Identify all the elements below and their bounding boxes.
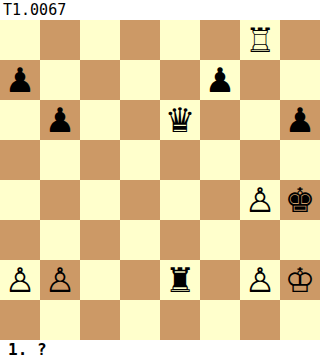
square-h5[interactable] <box>280 140 320 180</box>
white-rook-g8: ♖ <box>245 20 275 60</box>
square-e2[interactable]: ♜ <box>160 260 200 300</box>
square-f8[interactable] <box>200 20 240 60</box>
square-d2[interactable] <box>120 260 160 300</box>
square-b7[interactable] <box>40 60 80 100</box>
white-pawn-b2: ♙ <box>45 260 75 300</box>
square-g3[interactable] <box>240 220 280 260</box>
square-c7[interactable] <box>80 60 120 100</box>
square-e6[interactable]: ♛ <box>160 100 200 140</box>
square-a8[interactable] <box>0 20 40 60</box>
square-a4[interactable] <box>0 180 40 220</box>
square-a2[interactable]: ♙ <box>0 260 40 300</box>
square-g8[interactable]: ♖ <box>240 20 280 60</box>
square-b3[interactable] <box>40 220 80 260</box>
square-g5[interactable] <box>240 140 280 180</box>
square-f6[interactable] <box>200 100 240 140</box>
square-e4[interactable] <box>160 180 200 220</box>
square-c6[interactable] <box>80 100 120 140</box>
square-d7[interactable] <box>120 60 160 100</box>
square-g2[interactable]: ♙ <box>240 260 280 300</box>
black-pawn-h6: ♟ <box>285 100 315 140</box>
black-rook-e2: ♜ <box>165 260 195 300</box>
square-b5[interactable] <box>40 140 80 180</box>
square-e5[interactable] <box>160 140 200 180</box>
chess-puzzle-app: T1.0067 ♖♟♟♟♛♟♙♚♙♙♜♙♔ 1. ? <box>0 0 320 360</box>
square-c1[interactable] <box>80 300 120 340</box>
square-f4[interactable] <box>200 180 240 220</box>
square-a5[interactable] <box>0 140 40 180</box>
puzzle-title: T1.0067 <box>3 1 66 20</box>
chess-board: ♖♟♟♟♛♟♙♚♙♙♜♙♔ <box>0 20 320 340</box>
square-a1[interactable] <box>0 300 40 340</box>
square-b4[interactable] <box>40 180 80 220</box>
square-g6[interactable] <box>240 100 280 140</box>
square-e1[interactable] <box>160 300 200 340</box>
square-f5[interactable] <box>200 140 240 180</box>
black-pawn-a7: ♟ <box>5 60 35 100</box>
square-e8[interactable] <box>160 20 200 60</box>
square-d1[interactable] <box>120 300 160 340</box>
white-pawn-g4: ♙ <box>245 180 275 220</box>
square-c2[interactable] <box>80 260 120 300</box>
square-b6[interactable]: ♟ <box>40 100 80 140</box>
white-pawn-a2: ♙ <box>5 260 35 300</box>
square-g4[interactable]: ♙ <box>240 180 280 220</box>
square-d4[interactable] <box>120 180 160 220</box>
move-prompt: 1. ? <box>8 340 47 360</box>
square-h8[interactable] <box>280 20 320 60</box>
square-h2[interactable]: ♔ <box>280 260 320 300</box>
square-b8[interactable] <box>40 20 80 60</box>
square-h7[interactable] <box>280 60 320 100</box>
square-h6[interactable]: ♟ <box>280 100 320 140</box>
white-king-h2: ♔ <box>285 260 315 300</box>
square-b1[interactable] <box>40 300 80 340</box>
square-c4[interactable] <box>80 180 120 220</box>
square-a7[interactable]: ♟ <box>0 60 40 100</box>
square-d6[interactable] <box>120 100 160 140</box>
square-e7[interactable] <box>160 60 200 100</box>
square-f1[interactable] <box>200 300 240 340</box>
black-queen-e6: ♛ <box>165 100 195 140</box>
square-f7[interactable]: ♟ <box>200 60 240 100</box>
square-h3[interactable] <box>280 220 320 260</box>
square-g1[interactable] <box>240 300 280 340</box>
square-a6[interactable] <box>0 100 40 140</box>
square-f2[interactable] <box>200 260 240 300</box>
square-a3[interactable] <box>0 220 40 260</box>
square-b2[interactable]: ♙ <box>40 260 80 300</box>
white-pawn-g2: ♙ <box>245 260 275 300</box>
square-g7[interactable] <box>240 60 280 100</box>
square-e3[interactable] <box>160 220 200 260</box>
square-c8[interactable] <box>80 20 120 60</box>
black-king-h4: ♚ <box>285 180 315 220</box>
square-h4[interactable]: ♚ <box>280 180 320 220</box>
black-pawn-f7: ♟ <box>205 60 235 100</box>
square-c3[interactable] <box>80 220 120 260</box>
square-h1[interactable] <box>280 300 320 340</box>
black-pawn-b6: ♟ <box>45 100 75 140</box>
square-c5[interactable] <box>80 140 120 180</box>
square-d3[interactable] <box>120 220 160 260</box>
square-d8[interactable] <box>120 20 160 60</box>
square-d5[interactable] <box>120 140 160 180</box>
square-f3[interactable] <box>200 220 240 260</box>
